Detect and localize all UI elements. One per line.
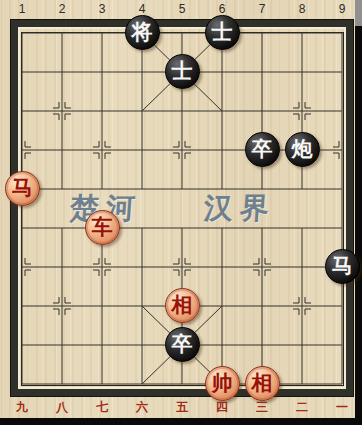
red-elephant-2[interactable]: 相	[245, 366, 280, 401]
board-point-3-4[interactable]	[82, 130, 122, 169]
board-point-8-8[interactable]	[282, 286, 322, 325]
board-point-8-6[interactable]	[282, 208, 322, 247]
board-point-1-4[interactable]	[2, 130, 42, 169]
black-general[interactable]: 将	[125, 15, 160, 50]
board-point-3-3[interactable]	[82, 91, 122, 130]
board-point-2-5[interactable]	[42, 169, 82, 208]
board-point-9-4[interactable]	[322, 130, 362, 169]
file-label-bottom-2: 八	[42, 399, 82, 415]
board-point-9-2[interactable]	[322, 52, 362, 91]
black-advisor-1[interactable]: 士	[205, 15, 240, 50]
board-point-5-6[interactable]	[162, 208, 202, 247]
board-point-6-1[interactable]: 士	[202, 13, 242, 52]
board-point-6-5[interactable]	[202, 169, 242, 208]
board-point-4-7[interactable]	[122, 247, 162, 286]
board-point-9-1[interactable]	[322, 13, 362, 52]
board-point-7-9[interactable]	[242, 325, 282, 364]
board-point-6-8[interactable]	[202, 286, 242, 325]
board-point-2-6[interactable]	[42, 208, 82, 247]
board-point-5-3[interactable]	[162, 91, 202, 130]
board-point-5-10[interactable]	[162, 364, 202, 403]
screen-edge-bottom	[0, 418, 362, 425]
board-point-6-9[interactable]	[202, 325, 242, 364]
board-point-2-1[interactable]	[42, 13, 82, 52]
board-point-4-2[interactable]	[122, 52, 162, 91]
red-general[interactable]: 帅	[205, 366, 240, 401]
bottom-coordinates: 九八七六五四三二一	[2, 399, 362, 415]
board-point-3-7[interactable]	[82, 247, 122, 286]
black-cannon[interactable]: 炮	[285, 132, 320, 167]
board-point-5-8[interactable]: 相	[162, 286, 202, 325]
board-point-2-4[interactable]	[42, 130, 82, 169]
board-point-3-9[interactable]	[82, 325, 122, 364]
board-point-3-8[interactable]	[82, 286, 122, 325]
board-point-8-5[interactable]	[282, 169, 322, 208]
board-point-2-7[interactable]	[42, 247, 82, 286]
board-point-9-10[interactable]	[322, 364, 362, 403]
board-grid: 将士士卒炮马车马相卒帅相	[2, 13, 362, 403]
board-point-8-1[interactable]	[282, 13, 322, 52]
board-point-2-3[interactable]	[42, 91, 82, 130]
board-point-1-8[interactable]	[2, 286, 42, 325]
board-point-4-6[interactable]	[122, 208, 162, 247]
board-point-8-9[interactable]	[282, 325, 322, 364]
board-point-3-2[interactable]	[82, 52, 122, 91]
board-point-3-10[interactable]	[82, 364, 122, 403]
board-point-7-8[interactable]	[242, 286, 282, 325]
board-point-9-9[interactable]	[322, 325, 362, 364]
board-point-1-5[interactable]: 马	[2, 169, 42, 208]
board-point-7-5[interactable]	[242, 169, 282, 208]
board-point-6-7[interactable]	[202, 247, 242, 286]
board-point-2-2[interactable]	[42, 52, 82, 91]
board-point-3-6[interactable]: 车	[82, 208, 122, 247]
board-point-6-4[interactable]	[202, 130, 242, 169]
board-point-5-7[interactable]	[162, 247, 202, 286]
board-point-9-5[interactable]	[322, 169, 362, 208]
board-point-7-4[interactable]: 卒	[242, 130, 282, 169]
red-elephant-1[interactable]: 相	[165, 288, 200, 323]
board-point-4-1[interactable]: 将	[122, 13, 162, 52]
file-label-bottom-6: 四	[202, 399, 242, 415]
board-point-8-10[interactable]	[282, 364, 322, 403]
board-point-1-3[interactable]	[2, 91, 42, 130]
board-point-5-2[interactable]: 士	[162, 52, 202, 91]
board-point-4-8[interactable]	[122, 286, 162, 325]
board-point-1-6[interactable]	[2, 208, 42, 247]
file-label-bottom-5: 五	[162, 399, 202, 415]
board-point-7-6[interactable]	[242, 208, 282, 247]
board-point-8-4[interactable]: 炮	[282, 130, 322, 169]
board-point-7-7[interactable]	[242, 247, 282, 286]
board-point-9-8[interactable]	[322, 286, 362, 325]
board-point-2-9[interactable]	[42, 325, 82, 364]
board-point-7-3[interactable]	[242, 91, 282, 130]
board-point-9-7[interactable]: 马	[322, 247, 362, 286]
board-point-4-10[interactable]	[122, 364, 162, 403]
file-label-bottom-8: 二	[282, 399, 322, 415]
black-horse[interactable]: 马	[325, 249, 360, 284]
board-point-1-9[interactable]	[2, 325, 42, 364]
board-point-1-2[interactable]	[2, 52, 42, 91]
board-point-9-3[interactable]	[322, 91, 362, 130]
file-label-bottom-3: 七	[82, 399, 122, 415]
board-point-3-5[interactable]	[82, 169, 122, 208]
board-point-1-7[interactable]	[2, 247, 42, 286]
board-point-5-5[interactable]	[162, 169, 202, 208]
board-point-3-1[interactable]	[82, 13, 122, 52]
board-point-4-4[interactable]	[122, 130, 162, 169]
board-point-5-1[interactable]	[162, 13, 202, 52]
black-soldier-1[interactable]: 卒	[245, 132, 280, 167]
board-point-4-3[interactable]	[122, 91, 162, 130]
board-point-5-9[interactable]: 卒	[162, 325, 202, 364]
board-point-6-2[interactable]	[202, 52, 242, 91]
board-point-2-8[interactable]	[42, 286, 82, 325]
board-point-8-7[interactable]	[282, 247, 322, 286]
xiangqi-board: 123456789 楚河 汉界 将士士卒炮马车马相卒帅相 九八七六五四三二一	[0, 0, 362, 425]
board-point-1-10[interactable]	[2, 364, 42, 403]
board-point-8-3[interactable]	[282, 91, 322, 130]
file-label-bottom-9: 一	[322, 399, 362, 415]
board-point-4-9[interactable]	[122, 325, 162, 364]
board-point-2-10[interactable]	[42, 364, 82, 403]
board-point-6-3[interactable]	[202, 91, 242, 130]
board-point-7-10[interactable]: 相	[242, 364, 282, 403]
board-point-8-2[interactable]	[282, 52, 322, 91]
file-label-bottom-7: 三	[242, 399, 282, 415]
board-point-7-2[interactable]	[242, 52, 282, 91]
board-point-1-1[interactable]	[2, 13, 42, 52]
file-label-bottom-1: 九	[2, 399, 42, 415]
board-point-5-4[interactable]	[162, 130, 202, 169]
board-point-7-1[interactable]	[242, 13, 282, 52]
board-point-6-10[interactable]: 帅	[202, 364, 242, 403]
red-horse[interactable]: 马	[5, 171, 40, 206]
board-point-9-6[interactable]	[322, 208, 362, 247]
board-point-6-6[interactable]	[202, 208, 242, 247]
file-label-bottom-4: 六	[122, 399, 162, 415]
board-point-4-5[interactable]	[122, 169, 162, 208]
black-advisor-2[interactable]: 士	[165, 54, 200, 89]
black-soldier-2[interactable]: 卒	[165, 327, 200, 362]
red-chariot[interactable]: 车	[85, 210, 120, 245]
